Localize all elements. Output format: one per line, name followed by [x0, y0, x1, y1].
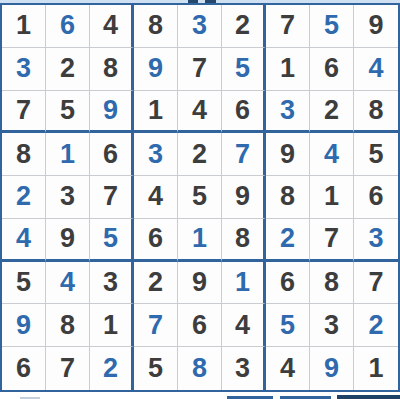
cropped-ui-bottom: [0, 392, 400, 399]
cell-r7c4[interactable]: 2: [134, 262, 178, 305]
cell-r9c9[interactable]: 1: [354, 347, 398, 390]
cell-r4c7[interactable]: 9: [266, 133, 310, 176]
cell-r1c5[interactable]: 3: [178, 5, 222, 48]
cell-r7c9[interactable]: 7: [354, 262, 398, 305]
cell-r2c8[interactable]: 6: [310, 48, 354, 91]
cell-r6c3[interactable]: 5: [90, 219, 134, 262]
cell-r1c8[interactable]: 5: [310, 5, 354, 48]
cell-r2c3[interactable]: 8: [90, 48, 134, 91]
sudoku-screen: 1648327593289751647591463288163279452374…: [0, 0, 400, 399]
cell-r9c2[interactable]: 7: [46, 347, 90, 390]
cell-r5c4[interactable]: 4: [134, 176, 178, 219]
sudoku-board: 1648327593289751647591463288163279452374…: [0, 3, 400, 392]
cell-r8c8[interactable]: 3: [310, 304, 354, 347]
cell-r3c7[interactable]: 3: [266, 91, 310, 134]
cell-r3c4[interactable]: 1: [134, 91, 178, 134]
cropped-edge-fragment: [337, 395, 400, 399]
cell-r4c5[interactable]: 2: [178, 133, 222, 176]
cell-r3c3[interactable]: 9: [90, 91, 134, 134]
cell-r2c2[interactable]: 2: [46, 48, 90, 91]
cell-r8c1[interactable]: 9: [2, 304, 46, 347]
cell-r1c7[interactable]: 7: [266, 5, 310, 48]
cell-r1c1[interactable]: 1: [2, 5, 46, 48]
cell-r1c3[interactable]: 4: [90, 5, 134, 48]
cell-r7c5[interactable]: 9: [178, 262, 222, 305]
cell-r2c7[interactable]: 1: [266, 48, 310, 91]
cell-r5c8[interactable]: 1: [310, 176, 354, 219]
cell-r2c1[interactable]: 3: [2, 48, 46, 91]
cell-r5c9[interactable]: 6: [354, 176, 398, 219]
cell-r3c2[interactable]: 5: [46, 91, 90, 134]
cell-r1c4[interactable]: 8: [134, 5, 178, 48]
cell-r6c4[interactable]: 6: [134, 219, 178, 262]
cell-r5c7[interactable]: 8: [266, 176, 310, 219]
cell-r5c2[interactable]: 3: [46, 176, 90, 219]
cell-r5c5[interactable]: 5: [178, 176, 222, 219]
cell-r8c3[interactable]: 1: [90, 304, 134, 347]
cell-r6c5[interactable]: 1: [178, 219, 222, 262]
cell-r8c6[interactable]: 4: [222, 304, 266, 347]
cell-r3c9[interactable]: 8: [354, 91, 398, 134]
cell-r2c6[interactable]: 5: [222, 48, 266, 91]
cell-r2c5[interactable]: 7: [178, 48, 222, 91]
cell-r1c6[interactable]: 2: [222, 5, 266, 48]
cell-r9c5[interactable]: 8: [178, 347, 222, 390]
cell-r3c5[interactable]: 4: [178, 91, 222, 134]
cell-r9c1[interactable]: 6: [2, 347, 46, 390]
cell-r7c6[interactable]: 1: [222, 262, 266, 305]
cell-r5c3[interactable]: 7: [90, 176, 134, 219]
cell-r4c2[interactable]: 1: [46, 133, 90, 176]
cell-r6c8[interactable]: 7: [310, 219, 354, 262]
cell-r3c8[interactable]: 2: [310, 91, 354, 134]
cell-r4c4[interactable]: 3: [134, 133, 178, 176]
cell-r6c9[interactable]: 3: [354, 219, 398, 262]
cell-r1c2[interactable]: 6: [46, 5, 90, 48]
cell-r6c7[interactable]: 2: [266, 219, 310, 262]
cell-r9c4[interactable]: 5: [134, 347, 178, 390]
cell-r4c3[interactable]: 6: [90, 133, 134, 176]
cell-r7c8[interactable]: 8: [310, 262, 354, 305]
cell-r6c2[interactable]: 9: [46, 219, 90, 262]
cell-r9c3[interactable]: 2: [90, 347, 134, 390]
cell-r4c9[interactable]: 5: [354, 133, 398, 176]
cell-r8c2[interactable]: 8: [46, 304, 90, 347]
cell-r4c8[interactable]: 4: [310, 133, 354, 176]
cell-r6c1[interactable]: 4: [2, 219, 46, 262]
cell-r4c6[interactable]: 7: [222, 133, 266, 176]
cell-r5c6[interactable]: 9: [222, 176, 266, 219]
cell-r8c5[interactable]: 6: [178, 304, 222, 347]
cell-r2c9[interactable]: 4: [354, 48, 398, 91]
cell-r3c6[interactable]: 6: [222, 91, 266, 134]
cell-r7c1[interactable]: 5: [2, 262, 46, 305]
cell-r9c8[interactable]: 9: [310, 347, 354, 390]
cell-r6c6[interactable]: 8: [222, 219, 266, 262]
cell-r8c9[interactable]: 2: [354, 304, 398, 347]
cell-r7c3[interactable]: 3: [90, 262, 134, 305]
cell-r5c1[interactable]: 2: [2, 176, 46, 219]
cell-r8c7[interactable]: 5: [266, 304, 310, 347]
cell-r7c2[interactable]: 4: [46, 262, 90, 305]
cell-r8c4[interactable]: 7: [134, 304, 178, 347]
cell-r9c6[interactable]: 3: [222, 347, 266, 390]
cell-r1c9[interactable]: 9: [354, 5, 398, 48]
cell-r3c1[interactable]: 7: [2, 91, 46, 134]
cell-r7c7[interactable]: 6: [266, 262, 310, 305]
cell-r4c1[interactable]: 8: [2, 133, 46, 176]
cell-r9c7[interactable]: 4: [266, 347, 310, 390]
cell-r2c4[interactable]: 9: [134, 48, 178, 91]
